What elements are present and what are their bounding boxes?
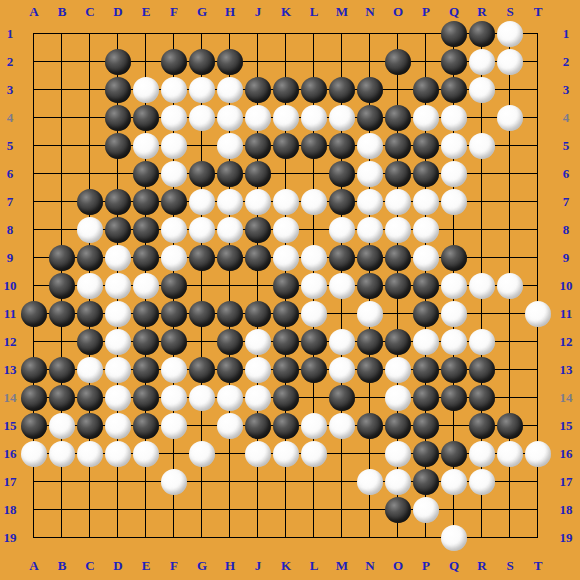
board-point-R14[interactable] <box>468 384 496 412</box>
board-point-M5[interactable] <box>328 132 356 160</box>
board-point-S3[interactable] <box>496 76 524 104</box>
board-point-S15[interactable] <box>496 412 524 440</box>
board-point-L7[interactable] <box>300 188 328 216</box>
board-point-O6[interactable] <box>384 160 412 188</box>
board-point-K9[interactable] <box>272 244 300 272</box>
board-point-F4[interactable] <box>160 104 188 132</box>
board-point-S17[interactable] <box>496 468 524 496</box>
board-point-L11[interactable] <box>300 300 328 328</box>
board-point-K16[interactable] <box>272 440 300 468</box>
board-point-F5[interactable] <box>160 132 188 160</box>
board-point-C10[interactable] <box>76 272 104 300</box>
board-point-Q14[interactable] <box>440 384 468 412</box>
board-point-J5[interactable] <box>244 132 272 160</box>
board-point-H18[interactable] <box>216 496 244 524</box>
board-point-J2[interactable] <box>244 48 272 76</box>
board-point-M2[interactable] <box>328 48 356 76</box>
board-point-M19[interactable] <box>328 524 356 552</box>
board-point-E6[interactable] <box>132 160 160 188</box>
board-point-D10[interactable] <box>104 272 132 300</box>
board-point-E5[interactable] <box>132 132 160 160</box>
board-point-K2[interactable] <box>272 48 300 76</box>
board-point-T5[interactable] <box>524 132 552 160</box>
board-point-T18[interactable] <box>524 496 552 524</box>
board-point-Q4[interactable] <box>440 104 468 132</box>
board-point-G13[interactable] <box>188 356 216 384</box>
board-point-O5[interactable] <box>384 132 412 160</box>
board-point-Q7[interactable] <box>440 188 468 216</box>
board-point-M14[interactable] <box>328 384 356 412</box>
board-point-N1[interactable] <box>356 20 384 48</box>
board-point-B1[interactable] <box>48 20 76 48</box>
board-point-A18[interactable] <box>20 496 48 524</box>
board-point-F10[interactable] <box>160 272 188 300</box>
board-point-T17[interactable] <box>524 468 552 496</box>
board-point-B4[interactable] <box>48 104 76 132</box>
board-point-J15[interactable] <box>244 412 272 440</box>
board-point-F12[interactable] <box>160 328 188 356</box>
board-point-O11[interactable] <box>384 300 412 328</box>
board-point-P4[interactable] <box>412 104 440 132</box>
board-point-L13[interactable] <box>300 356 328 384</box>
board-point-P12[interactable] <box>412 328 440 356</box>
board-point-B17[interactable] <box>48 468 76 496</box>
board-point-A15[interactable] <box>20 412 48 440</box>
board-point-M16[interactable] <box>328 440 356 468</box>
board-point-Q3[interactable] <box>440 76 468 104</box>
board-point-N8[interactable] <box>356 216 384 244</box>
board-point-E15[interactable] <box>132 412 160 440</box>
board-point-A10[interactable] <box>20 272 48 300</box>
board-point-S16[interactable] <box>496 440 524 468</box>
board-point-M6[interactable] <box>328 160 356 188</box>
board-point-Q6[interactable] <box>440 160 468 188</box>
board-point-P17[interactable] <box>412 468 440 496</box>
board-point-D15[interactable] <box>104 412 132 440</box>
board-point-M15[interactable] <box>328 412 356 440</box>
board-point-B13[interactable] <box>48 356 76 384</box>
board-point-E12[interactable] <box>132 328 160 356</box>
board-point-B5[interactable] <box>48 132 76 160</box>
board-point-H9[interactable] <box>216 244 244 272</box>
board-point-K11[interactable] <box>272 300 300 328</box>
board-point-H17[interactable] <box>216 468 244 496</box>
board-point-A7[interactable] <box>20 188 48 216</box>
board-point-C17[interactable] <box>76 468 104 496</box>
board-point-H16[interactable] <box>216 440 244 468</box>
board-point-L17[interactable] <box>300 468 328 496</box>
board-point-D2[interactable] <box>104 48 132 76</box>
board-point-J7[interactable] <box>244 188 272 216</box>
board-point-R16[interactable] <box>468 440 496 468</box>
board-point-R10[interactable] <box>468 272 496 300</box>
board-point-H7[interactable] <box>216 188 244 216</box>
board-point-Q5[interactable] <box>440 132 468 160</box>
board-point-R15[interactable] <box>468 412 496 440</box>
board-point-B8[interactable] <box>48 216 76 244</box>
board-point-S8[interactable] <box>496 216 524 244</box>
board-point-A3[interactable] <box>20 76 48 104</box>
board-point-J14[interactable] <box>244 384 272 412</box>
board-point-R11[interactable] <box>468 300 496 328</box>
board-point-R18[interactable] <box>468 496 496 524</box>
board-point-P11[interactable] <box>412 300 440 328</box>
board-point-G10[interactable] <box>188 272 216 300</box>
board-point-T9[interactable] <box>524 244 552 272</box>
board-point-S6[interactable] <box>496 160 524 188</box>
board-point-B12[interactable] <box>48 328 76 356</box>
board-point-T6[interactable] <box>524 160 552 188</box>
board-point-O3[interactable] <box>384 76 412 104</box>
board-point-F19[interactable] <box>160 524 188 552</box>
board-point-P7[interactable] <box>412 188 440 216</box>
board-point-F6[interactable] <box>160 160 188 188</box>
board-point-A9[interactable] <box>20 244 48 272</box>
board-point-O7[interactable] <box>384 188 412 216</box>
board-point-H8[interactable] <box>216 216 244 244</box>
board-point-S9[interactable] <box>496 244 524 272</box>
board-point-M1[interactable] <box>328 20 356 48</box>
board-point-Q18[interactable] <box>440 496 468 524</box>
board-point-M12[interactable] <box>328 328 356 356</box>
board-point-P13[interactable] <box>412 356 440 384</box>
board-point-T15[interactable] <box>524 412 552 440</box>
board-point-Q13[interactable] <box>440 356 468 384</box>
board-point-R12[interactable] <box>468 328 496 356</box>
board-point-A2[interactable] <box>20 48 48 76</box>
board-point-O12[interactable] <box>384 328 412 356</box>
board-point-G11[interactable] <box>188 300 216 328</box>
board-point-N4[interactable] <box>356 104 384 132</box>
board-point-P10[interactable] <box>412 272 440 300</box>
board-point-G15[interactable] <box>188 412 216 440</box>
board-point-L19[interactable] <box>300 524 328 552</box>
board-point-A19[interactable] <box>20 524 48 552</box>
board-point-D19[interactable] <box>104 524 132 552</box>
board-point-Q11[interactable] <box>440 300 468 328</box>
board-point-E2[interactable] <box>132 48 160 76</box>
board-point-H4[interactable] <box>216 104 244 132</box>
board-point-B9[interactable] <box>48 244 76 272</box>
board-point-G14[interactable] <box>188 384 216 412</box>
board-point-O19[interactable] <box>384 524 412 552</box>
board-point-F17[interactable] <box>160 468 188 496</box>
board-point-B3[interactable] <box>48 76 76 104</box>
board-point-C12[interactable] <box>76 328 104 356</box>
board-point-K5[interactable] <box>272 132 300 160</box>
board-point-C13[interactable] <box>76 356 104 384</box>
board-point-D12[interactable] <box>104 328 132 356</box>
board-point-R3[interactable] <box>468 76 496 104</box>
board-point-A4[interactable] <box>20 104 48 132</box>
board-point-E14[interactable] <box>132 384 160 412</box>
board-point-E13[interactable] <box>132 356 160 384</box>
board-point-G4[interactable] <box>188 104 216 132</box>
board-point-R7[interactable] <box>468 188 496 216</box>
board-point-O10[interactable] <box>384 272 412 300</box>
board-point-P5[interactable] <box>412 132 440 160</box>
board-point-E10[interactable] <box>132 272 160 300</box>
board-point-E16[interactable] <box>132 440 160 468</box>
board-point-T10[interactable] <box>524 272 552 300</box>
board-point-A17[interactable] <box>20 468 48 496</box>
board-point-G17[interactable] <box>188 468 216 496</box>
board-point-N18[interactable] <box>356 496 384 524</box>
board-point-C7[interactable] <box>76 188 104 216</box>
board-point-R17[interactable] <box>468 468 496 496</box>
board-point-T11[interactable] <box>524 300 552 328</box>
board-point-J10[interactable] <box>244 272 272 300</box>
board-point-H6[interactable] <box>216 160 244 188</box>
board-point-G16[interactable] <box>188 440 216 468</box>
board-point-Q9[interactable] <box>440 244 468 272</box>
board-point-C8[interactable] <box>76 216 104 244</box>
board-point-R8[interactable] <box>468 216 496 244</box>
board-point-N14[interactable] <box>356 384 384 412</box>
board-point-K18[interactable] <box>272 496 300 524</box>
board-point-R6[interactable] <box>468 160 496 188</box>
board-point-Q19[interactable] <box>440 524 468 552</box>
board-point-J3[interactable] <box>244 76 272 104</box>
board-point-A13[interactable] <box>20 356 48 384</box>
board-point-K14[interactable] <box>272 384 300 412</box>
board-point-D14[interactable] <box>104 384 132 412</box>
board-point-M3[interactable] <box>328 76 356 104</box>
board-point-O17[interactable] <box>384 468 412 496</box>
board-point-L8[interactable] <box>300 216 328 244</box>
board-point-E3[interactable] <box>132 76 160 104</box>
board-point-Q2[interactable] <box>440 48 468 76</box>
board-point-N10[interactable] <box>356 272 384 300</box>
board-point-D4[interactable] <box>104 104 132 132</box>
board-point-N3[interactable] <box>356 76 384 104</box>
board-point-H19[interactable] <box>216 524 244 552</box>
board-point-G5[interactable] <box>188 132 216 160</box>
board-point-K12[interactable] <box>272 328 300 356</box>
board-point-N6[interactable] <box>356 160 384 188</box>
board-point-F15[interactable] <box>160 412 188 440</box>
board-point-T19[interactable] <box>524 524 552 552</box>
board-point-H2[interactable] <box>216 48 244 76</box>
board-point-B15[interactable] <box>48 412 76 440</box>
board-point-G8[interactable] <box>188 216 216 244</box>
board-point-C14[interactable] <box>76 384 104 412</box>
board-point-F8[interactable] <box>160 216 188 244</box>
board-point-D6[interactable] <box>104 160 132 188</box>
board-point-H12[interactable] <box>216 328 244 356</box>
board-point-P9[interactable] <box>412 244 440 272</box>
board-point-C18[interactable] <box>76 496 104 524</box>
board-point-R1[interactable] <box>468 20 496 48</box>
board-point-T2[interactable] <box>524 48 552 76</box>
board-point-K15[interactable] <box>272 412 300 440</box>
board-point-T3[interactable] <box>524 76 552 104</box>
board-point-L9[interactable] <box>300 244 328 272</box>
board-point-D11[interactable] <box>104 300 132 328</box>
board-point-C5[interactable] <box>76 132 104 160</box>
board-point-C2[interactable] <box>76 48 104 76</box>
board-point-M11[interactable] <box>328 300 356 328</box>
board-point-R5[interactable] <box>468 132 496 160</box>
board-point-O13[interactable] <box>384 356 412 384</box>
board-point-J12[interactable] <box>244 328 272 356</box>
board-point-C3[interactable] <box>76 76 104 104</box>
board-point-K7[interactable] <box>272 188 300 216</box>
board-point-D18[interactable] <box>104 496 132 524</box>
board-point-S12[interactable] <box>496 328 524 356</box>
board-point-J16[interactable] <box>244 440 272 468</box>
board-point-F14[interactable] <box>160 384 188 412</box>
board-point-N11[interactable] <box>356 300 384 328</box>
board-point-A6[interactable] <box>20 160 48 188</box>
board-point-R19[interactable] <box>468 524 496 552</box>
board-point-M10[interactable] <box>328 272 356 300</box>
board-point-D8[interactable] <box>104 216 132 244</box>
board-point-R4[interactable] <box>468 104 496 132</box>
board-point-R13[interactable] <box>468 356 496 384</box>
board-point-P2[interactable] <box>412 48 440 76</box>
board-point-K17[interactable] <box>272 468 300 496</box>
board-point-B7[interactable] <box>48 188 76 216</box>
board-point-K10[interactable] <box>272 272 300 300</box>
board-point-F13[interactable] <box>160 356 188 384</box>
board-point-E8[interactable] <box>132 216 160 244</box>
board-point-R9[interactable] <box>468 244 496 272</box>
board-point-J13[interactable] <box>244 356 272 384</box>
board-point-D9[interactable] <box>104 244 132 272</box>
board-point-O18[interactable] <box>384 496 412 524</box>
board-point-F18[interactable] <box>160 496 188 524</box>
board-point-B6[interactable] <box>48 160 76 188</box>
board-point-E18[interactable] <box>132 496 160 524</box>
board-point-N9[interactable] <box>356 244 384 272</box>
board-point-S14[interactable] <box>496 384 524 412</box>
board-point-M17[interactable] <box>328 468 356 496</box>
board-point-M18[interactable] <box>328 496 356 524</box>
board-point-G3[interactable] <box>188 76 216 104</box>
board-point-N13[interactable] <box>356 356 384 384</box>
board-point-Q8[interactable] <box>440 216 468 244</box>
board-point-P19[interactable] <box>412 524 440 552</box>
board-point-J6[interactable] <box>244 160 272 188</box>
board-point-T13[interactable] <box>524 356 552 384</box>
board-point-D3[interactable] <box>104 76 132 104</box>
board-point-S10[interactable] <box>496 272 524 300</box>
board-point-A5[interactable] <box>20 132 48 160</box>
board-point-S5[interactable] <box>496 132 524 160</box>
board-point-G6[interactable] <box>188 160 216 188</box>
board-point-S13[interactable] <box>496 356 524 384</box>
board-point-E19[interactable] <box>132 524 160 552</box>
board-point-M9[interactable] <box>328 244 356 272</box>
board-point-F9[interactable] <box>160 244 188 272</box>
board-point-J11[interactable] <box>244 300 272 328</box>
board-point-J4[interactable] <box>244 104 272 132</box>
board-point-L14[interactable] <box>300 384 328 412</box>
board-point-F2[interactable] <box>160 48 188 76</box>
board-point-T7[interactable] <box>524 188 552 216</box>
board-point-O16[interactable] <box>384 440 412 468</box>
board-point-B18[interactable] <box>48 496 76 524</box>
board-point-B14[interactable] <box>48 384 76 412</box>
board-point-H11[interactable] <box>216 300 244 328</box>
board-point-M7[interactable] <box>328 188 356 216</box>
board-point-Q17[interactable] <box>440 468 468 496</box>
board-point-Q1[interactable] <box>440 20 468 48</box>
board-point-S4[interactable] <box>496 104 524 132</box>
board-point-M13[interactable] <box>328 356 356 384</box>
board-point-F7[interactable] <box>160 188 188 216</box>
board-point-H13[interactable] <box>216 356 244 384</box>
board-point-T4[interactable] <box>524 104 552 132</box>
board-point-B16[interactable] <box>48 440 76 468</box>
board-point-F1[interactable] <box>160 20 188 48</box>
board-point-B10[interactable] <box>48 272 76 300</box>
board-point-L4[interactable] <box>300 104 328 132</box>
board-point-Q10[interactable] <box>440 272 468 300</box>
board-point-A8[interactable] <box>20 216 48 244</box>
board-point-J19[interactable] <box>244 524 272 552</box>
board-point-A11[interactable] <box>20 300 48 328</box>
board-point-J1[interactable] <box>244 20 272 48</box>
board-point-L15[interactable] <box>300 412 328 440</box>
board-point-L18[interactable] <box>300 496 328 524</box>
board-point-C6[interactable] <box>76 160 104 188</box>
board-point-H15[interactable] <box>216 412 244 440</box>
board-point-C19[interactable] <box>76 524 104 552</box>
board-point-D1[interactable] <box>104 20 132 48</box>
board-point-G19[interactable] <box>188 524 216 552</box>
board-point-N5[interactable] <box>356 132 384 160</box>
board-point-T1[interactable] <box>524 20 552 48</box>
board-point-T16[interactable] <box>524 440 552 468</box>
board-point-N7[interactable] <box>356 188 384 216</box>
board-point-C15[interactable] <box>76 412 104 440</box>
board-point-B11[interactable] <box>48 300 76 328</box>
board-point-D5[interactable] <box>104 132 132 160</box>
board-point-P8[interactable] <box>412 216 440 244</box>
board-point-N2[interactable] <box>356 48 384 76</box>
board-point-S11[interactable] <box>496 300 524 328</box>
board-point-H5[interactable] <box>216 132 244 160</box>
board-point-C9[interactable] <box>76 244 104 272</box>
board-point-S18[interactable] <box>496 496 524 524</box>
board-point-L6[interactable] <box>300 160 328 188</box>
board-point-J9[interactable] <box>244 244 272 272</box>
board-point-J17[interactable] <box>244 468 272 496</box>
board-point-C4[interactable] <box>76 104 104 132</box>
board-point-K3[interactable] <box>272 76 300 104</box>
board-point-L5[interactable] <box>300 132 328 160</box>
board-point-C11[interactable] <box>76 300 104 328</box>
board-point-D16[interactable] <box>104 440 132 468</box>
board-point-B19[interactable] <box>48 524 76 552</box>
board-point-M4[interactable] <box>328 104 356 132</box>
board-point-A14[interactable] <box>20 384 48 412</box>
board-point-L3[interactable] <box>300 76 328 104</box>
board-point-E7[interactable] <box>132 188 160 216</box>
board-point-A1[interactable] <box>20 20 48 48</box>
board-point-G7[interactable] <box>188 188 216 216</box>
board-point-S19[interactable] <box>496 524 524 552</box>
board-point-A16[interactable] <box>20 440 48 468</box>
board-point-R2[interactable] <box>468 48 496 76</box>
board-point-E1[interactable] <box>132 20 160 48</box>
board-point-H3[interactable] <box>216 76 244 104</box>
board-point-G18[interactable] <box>188 496 216 524</box>
board-point-D13[interactable] <box>104 356 132 384</box>
board-point-K19[interactable] <box>272 524 300 552</box>
